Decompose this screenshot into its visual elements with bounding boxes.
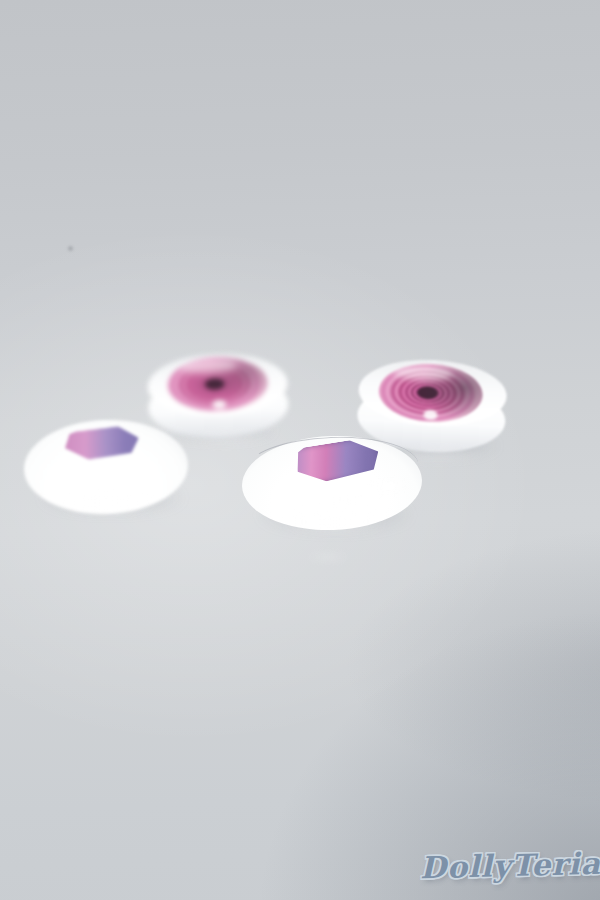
photo-canvas: DollyTeria xyxy=(0,0,600,900)
surface-reflection xyxy=(166,430,286,446)
backdrop-dust-spot xyxy=(66,244,75,253)
surface-reflection xyxy=(46,492,166,514)
iris-glare-dot xyxy=(423,410,438,420)
watermark-logo: DollyTeria xyxy=(420,846,600,887)
surface-reflection xyxy=(300,552,356,562)
upright-doll-eye-left xyxy=(147,352,290,441)
surface-reflection xyxy=(268,510,402,534)
